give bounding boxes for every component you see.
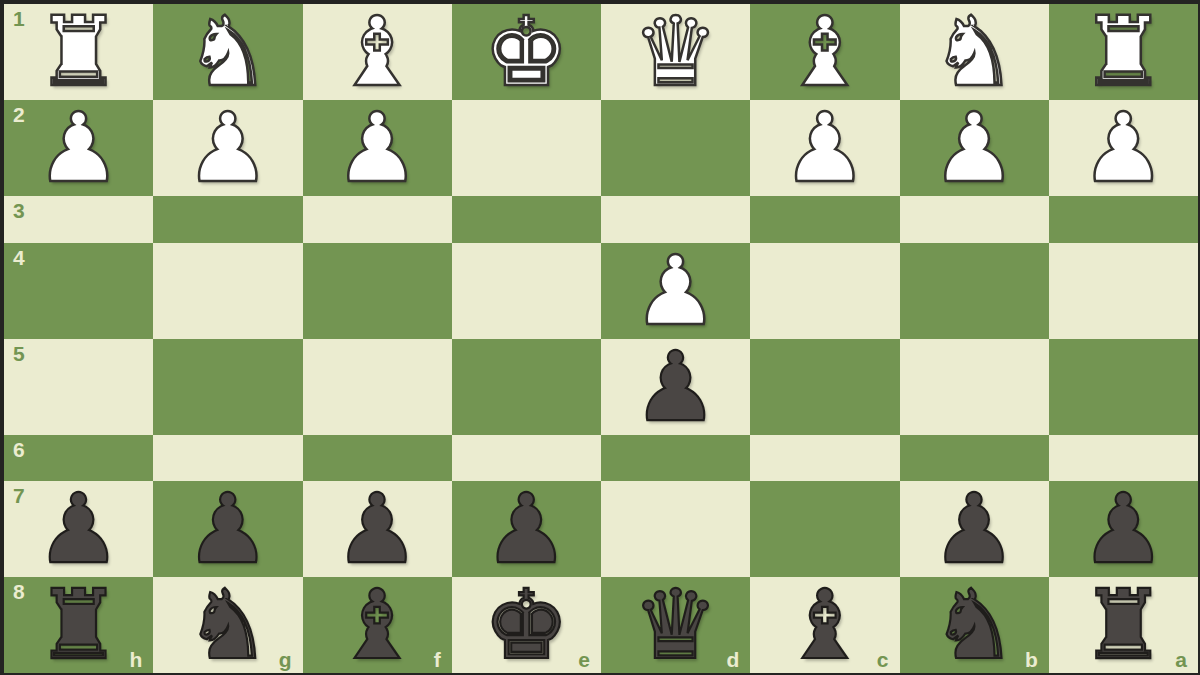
square-d4[interactable]: ♟ [601, 243, 750, 339]
rank-label-4: 4 [13, 247, 25, 268]
square-f8[interactable]: f♝ [303, 577, 452, 673]
black-pawn[interactable]: ♟ [185, 481, 271, 577]
black-rook[interactable]: ♜ [1080, 577, 1166, 673]
square-f2[interactable]: ♟ [303, 100, 452, 196]
square-d2[interactable] [601, 100, 750, 196]
square-b5[interactable] [900, 339, 1049, 435]
square-c2[interactable]: ♟ [750, 100, 899, 196]
white-rook[interactable]: ♜ [36, 4, 122, 100]
black-queen[interactable]: ♛ [633, 577, 719, 673]
square-f5[interactable] [303, 339, 452, 435]
square-e7[interactable]: ♟ [452, 481, 601, 577]
white-queen[interactable]: ♛ [633, 4, 719, 100]
white-rook[interactable]: ♜ [1080, 4, 1166, 100]
square-h8[interactable]: 8h♜ [4, 577, 153, 673]
square-g8[interactable]: g♞ [153, 577, 302, 673]
black-pawn[interactable]: ♟ [1080, 481, 1166, 577]
black-pawn[interactable]: ♟ [633, 339, 719, 435]
rank-label-2: 2 [13, 104, 25, 125]
square-d5[interactable]: ♟ [601, 339, 750, 435]
white-pawn[interactable]: ♟ [931, 100, 1017, 196]
square-g4[interactable] [153, 243, 302, 339]
board-frame: 1♜♞♝♚♛♝♞♜2♟♟♟♟♟♟34♟5♟67♟♟♟♟♟♟8h♜g♞f♝e♚d♛… [0, 0, 1200, 675]
square-d8[interactable]: d♛ [601, 577, 750, 673]
square-e8[interactable]: e♚ [452, 577, 601, 673]
chess-board: 1♜♞♝♚♛♝♞♜2♟♟♟♟♟♟34♟5♟67♟♟♟♟♟♟8h♜g♞f♝e♚d♛… [4, 4, 1198, 673]
square-a7[interactable]: ♟ [1049, 481, 1198, 577]
square-a2[interactable]: ♟ [1049, 100, 1198, 196]
square-c1[interactable]: ♝ [750, 4, 899, 100]
square-d7[interactable] [601, 481, 750, 577]
white-pawn[interactable]: ♟ [334, 100, 420, 196]
white-bishop[interactable]: ♝ [334, 4, 420, 100]
rank-label-8: 8 [13, 581, 25, 602]
black-pawn[interactable]: ♟ [931, 481, 1017, 577]
square-h7[interactable]: 7♟ [4, 481, 153, 577]
white-knight[interactable]: ♞ [185, 4, 271, 100]
file-label-g: g [279, 649, 292, 670]
rank-label-1: 1 [13, 8, 25, 29]
square-g1[interactable]: ♞ [153, 4, 302, 100]
black-bishop[interactable]: ♝ [782, 577, 868, 673]
file-label-a: a [1175, 649, 1187, 670]
white-pawn[interactable]: ♟ [185, 100, 271, 196]
square-d1[interactable]: ♛ [601, 4, 750, 100]
square-c4[interactable] [750, 243, 899, 339]
square-c5[interactable] [750, 339, 899, 435]
rank-label-5: 5 [13, 343, 25, 364]
square-b7[interactable]: ♟ [900, 481, 1049, 577]
black-pawn[interactable]: ♟ [36, 481, 122, 577]
rank-label-7: 7 [13, 485, 25, 506]
square-h4[interactable]: 4 [4, 243, 153, 339]
black-knight[interactable]: ♞ [931, 577, 1017, 673]
square-c6[interactable] [750, 435, 899, 482]
square-e3[interactable] [452, 196, 601, 243]
square-e5[interactable] [452, 339, 601, 435]
square-b1[interactable]: ♞ [900, 4, 1049, 100]
black-king[interactable]: ♚ [483, 577, 569, 673]
white-king[interactable]: ♚ [483, 4, 569, 100]
square-b2[interactable]: ♟ [900, 100, 1049, 196]
rank-label-6: 6 [13, 439, 25, 460]
square-e4[interactable] [452, 243, 601, 339]
white-pawn[interactable]: ♟ [36, 100, 122, 196]
square-c7[interactable] [750, 481, 899, 577]
black-pawn[interactable]: ♟ [334, 481, 420, 577]
rank-label-3: 3 [13, 200, 25, 221]
square-f4[interactable] [303, 243, 452, 339]
square-g5[interactable] [153, 339, 302, 435]
square-a1[interactable]: ♜ [1049, 4, 1198, 100]
white-pawn[interactable]: ♟ [1080, 100, 1166, 196]
square-g2[interactable]: ♟ [153, 100, 302, 196]
square-e1[interactable]: ♚ [452, 4, 601, 100]
square-f1[interactable]: ♝ [303, 4, 452, 100]
square-h2[interactable]: 2♟ [4, 100, 153, 196]
square-b4[interactable] [900, 243, 1049, 339]
square-h5[interactable]: 5 [4, 339, 153, 435]
file-label-b: b [1025, 649, 1038, 670]
square-e2[interactable] [452, 100, 601, 196]
square-b8[interactable]: b♞ [900, 577, 1049, 673]
black-bishop[interactable]: ♝ [334, 577, 420, 673]
white-pawn[interactable]: ♟ [633, 243, 719, 339]
file-label-h: h [129, 649, 142, 670]
square-a8[interactable]: a♜ [1049, 577, 1198, 673]
square-a4[interactable] [1049, 243, 1198, 339]
file-label-f: f [434, 649, 441, 670]
white-bishop[interactable]: ♝ [782, 4, 868, 100]
file-label-d: d [726, 649, 739, 670]
black-rook[interactable]: ♜ [36, 577, 122, 673]
white-knight[interactable]: ♞ [931, 4, 1017, 100]
square-c8[interactable]: c♝ [750, 577, 899, 673]
square-h1[interactable]: 1♜ [4, 4, 153, 100]
file-label-e: e [578, 649, 590, 670]
square-g7[interactable]: ♟ [153, 481, 302, 577]
square-f7[interactable]: ♟ [303, 481, 452, 577]
file-label-c: c [877, 649, 889, 670]
black-knight[interactable]: ♞ [185, 577, 271, 673]
black-pawn[interactable]: ♟ [483, 481, 569, 577]
square-a5[interactable] [1049, 339, 1198, 435]
white-pawn[interactable]: ♟ [782, 100, 868, 196]
